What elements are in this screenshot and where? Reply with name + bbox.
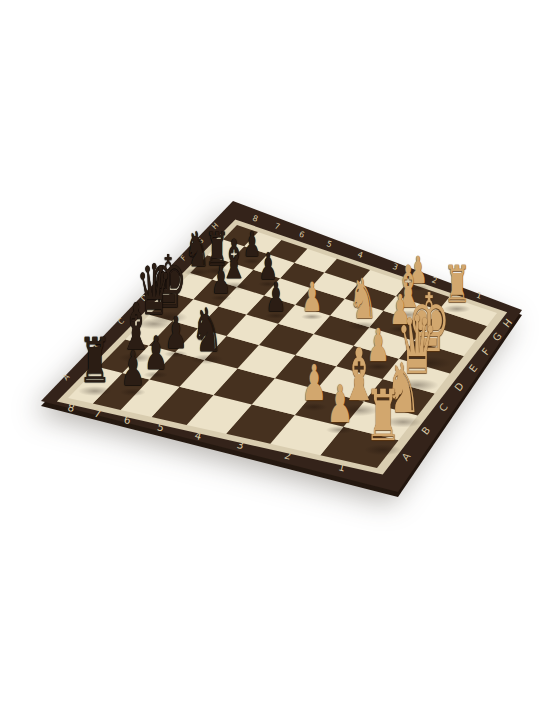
- white-pawn-e4[interactable]: ♟: [302, 278, 323, 318]
- black-pawn-a7[interactable]: ♟: [121, 345, 146, 393]
- black-pawn-e5[interactable]: ♟: [266, 277, 287, 317]
- black-rook-a8[interactable]: ♜: [79, 330, 111, 392]
- white-rook-a1[interactable]: ♜: [365, 381, 401, 451]
- black-knight-f8[interactable]: ♞: [184, 225, 209, 273]
- white-pawn-a2[interactable]: ♟: [327, 379, 354, 431]
- chessboard-photo: 1234567812345678ABCDEFGHABCDEFGH ♟♜♞♟♝♟♟…: [0, 0, 540, 720]
- black-pawn-b7[interactable]: ♟: [144, 330, 168, 376]
- black-knight-c6[interactable]: ♞: [191, 300, 222, 360]
- white-pawn-b3[interactable]: ♟: [301, 359, 327, 408]
- black-pawn-f7[interactable]: ♟: [211, 261, 231, 299]
